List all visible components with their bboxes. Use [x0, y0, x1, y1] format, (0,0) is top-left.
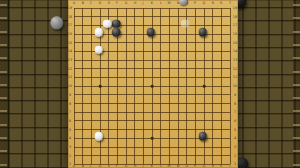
row-label: 6 [69, 119, 71, 123]
grid-line [74, 25, 230, 26]
column-label: S [220, 165, 222, 168]
row-label: 3 [69, 145, 71, 149]
row-label: 18 [233, 15, 237, 19]
row-label: 18 [68, 15, 72, 19]
column-label: C [90, 1, 92, 5]
row-label: 17 [68, 24, 72, 28]
grid-line [74, 120, 230, 121]
column-label: T [229, 165, 231, 168]
grid-line [74, 16, 230, 17]
grid-line [74, 147, 230, 148]
column-label: M [168, 1, 171, 5]
column-label: E [108, 165, 110, 168]
white-stone [94, 28, 103, 37]
column-label: B [81, 1, 83, 5]
column-label: K [151, 165, 153, 168]
star-point [151, 85, 154, 88]
column-label: H [133, 165, 136, 168]
column-label: L [160, 165, 162, 168]
grid-line [74, 129, 230, 130]
column-label: N [177, 165, 180, 168]
column-label: D [99, 165, 102, 168]
star-point [151, 137, 154, 140]
row-label: 2 [69, 154, 71, 158]
column-label: A [73, 165, 75, 168]
row-label: 1 [234, 163, 236, 167]
row-label: 3 [234, 145, 236, 149]
row-label: 11 [68, 76, 72, 80]
column-label: L [160, 1, 162, 5]
row-label: 11 [233, 76, 237, 80]
background-left-coordinate-strip [0, 0, 7, 168]
grid-line [74, 112, 230, 113]
column-label: D [99, 1, 102, 5]
row-label: 12 [233, 67, 237, 71]
row-label: 5 [69, 128, 71, 132]
white-stone [94, 132, 103, 141]
column-label: M [168, 165, 171, 168]
column-label: O [185, 165, 188, 168]
go-board[interactable]: AABBCCDDEEFFGGHHJJKKLLMMNNOOPPQQRRSSTT19… [68, 0, 238, 168]
black-stone [146, 28, 155, 37]
row-label: 9 [234, 93, 236, 97]
column-label: Q [203, 1, 206, 5]
column-label: E [108, 1, 110, 5]
background-right-coordinate-strip [293, 0, 300, 168]
black-stone [112, 19, 121, 28]
row-label: 2 [234, 154, 236, 158]
row-label: 5 [234, 128, 236, 132]
grid-line [74, 60, 230, 61]
black-stone [198, 28, 207, 37]
grid-line [74, 77, 230, 78]
row-label: 14 [68, 50, 72, 54]
row-label: 14 [233, 50, 237, 54]
row-label: 19 [233, 6, 237, 10]
row-label: 15 [233, 41, 237, 45]
column-label: R [211, 1, 213, 5]
row-label: 10 [68, 84, 72, 88]
column-label: K [151, 1, 153, 5]
column-label: P [194, 165, 196, 168]
grid-line [74, 155, 230, 156]
grid-line [74, 103, 230, 104]
row-label: 1 [69, 163, 71, 167]
black-stone [198, 132, 207, 141]
row-label: 6 [234, 119, 236, 123]
grid-line [74, 68, 230, 69]
row-label: 16 [233, 32, 237, 36]
row-label: 16 [68, 32, 72, 36]
grid-line [74, 42, 230, 43]
star-point [203, 85, 206, 88]
row-label: 4 [69, 136, 71, 140]
grid-line [74, 94, 230, 95]
grid-line [74, 8, 230, 9]
column-label: A [73, 1, 75, 5]
column-label: P [194, 1, 196, 5]
column-label: J [143, 165, 144, 168]
go-app-screenshot: AABBCCDDEEFFGGHHJJKKLLMMNNOOPPQQRRSSTT19… [0, 0, 300, 168]
row-label: 17 [233, 24, 237, 28]
row-label: 15 [68, 41, 72, 45]
star-point [99, 85, 102, 88]
black-stone [112, 28, 121, 37]
column-label: H [133, 1, 136, 5]
column-label: G [125, 165, 128, 168]
row-label: 13 [68, 58, 72, 62]
column-label: Q [203, 165, 206, 168]
column-label: S [220, 1, 222, 5]
row-label: 7 [234, 110, 236, 114]
row-label: 8 [69, 102, 71, 106]
row-label: 10 [233, 84, 237, 88]
row-label: 4 [234, 136, 236, 140]
column-label: B [81, 165, 83, 168]
row-label: 13 [233, 58, 237, 62]
row-label: 12 [68, 67, 72, 71]
row-label: 9 [69, 93, 71, 97]
row-label: 7 [69, 110, 71, 114]
column-label: T [229, 1, 231, 5]
column-label: F [116, 1, 118, 5]
column-label: C [90, 165, 92, 168]
column-label: F [116, 165, 118, 168]
column-label: R [211, 165, 213, 168]
ghost-white-stone[interactable] [181, 19, 190, 28]
column-label: J [143, 1, 144, 5]
white-stone [103, 19, 112, 28]
column-label: G [125, 1, 128, 5]
white-stone [94, 45, 103, 54]
row-label: 8 [234, 102, 236, 106]
row-label: 19 [68, 6, 72, 10]
